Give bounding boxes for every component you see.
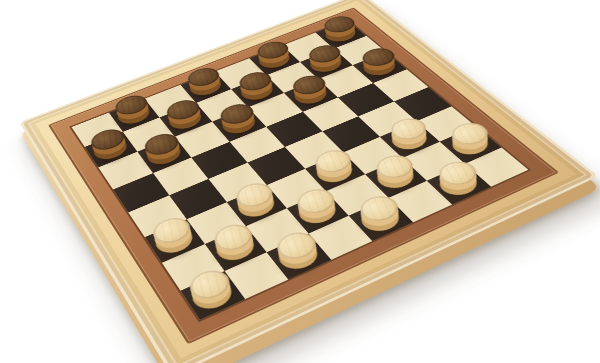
product-photo-scene (0, 0, 600, 363)
checkers-board (72, 20, 529, 320)
checkers-board-3d (19, 0, 598, 363)
pine-frame (19, 0, 598, 363)
board-margin-band (48, 8, 559, 345)
